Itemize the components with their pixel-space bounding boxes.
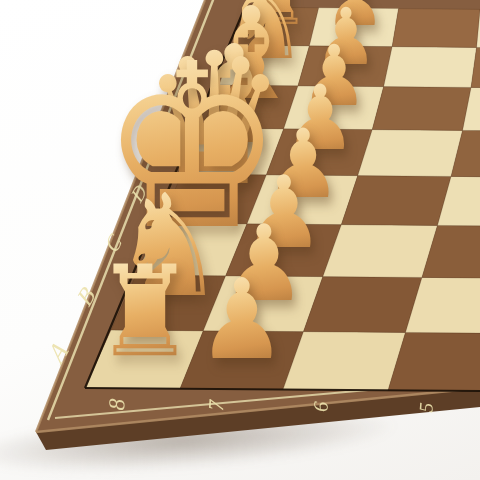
square-a6 [283,332,406,391]
square-f7 [284,86,384,130]
square-h8 [233,7,319,46]
studio-photo: ABCDE8765 ♜♞♚♛♝♝♞♜♟♟♟♟♟♟♟♟ [0,0,480,480]
rank-label-5: 5 [415,402,437,413]
square-h7 [309,8,398,47]
square-g7 [298,46,392,87]
square-g6 [384,47,477,88]
square-c6 [323,225,438,278]
square-h6 [392,9,480,48]
square-e6 [358,130,463,177]
rank-label-8: 8 [104,397,130,411]
chessboard: ABCDE8765 [0,0,480,480]
square-f8 [202,85,298,129]
square-e7 [266,129,372,176]
square-g8 [219,45,309,86]
square-f6 [372,87,471,131]
square-d7 [247,175,358,225]
square-d6 [341,176,451,226]
square-b6 [304,277,423,333]
